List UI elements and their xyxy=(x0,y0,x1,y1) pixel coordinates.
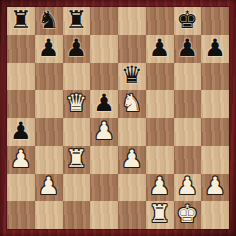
piece-white-pawn-a3[interactable]: ♟ xyxy=(10,147,32,171)
square-a1[interactable] xyxy=(7,201,35,229)
square-g1[interactable]: ♚ xyxy=(174,201,202,229)
piece-black-pawn-b7[interactable]: ♟ xyxy=(38,36,60,60)
square-c7[interactable]: ♟ xyxy=(63,35,91,63)
square-d8[interactable] xyxy=(90,7,118,35)
piece-black-knight-b8[interactable]: ♞ xyxy=(38,8,60,32)
piece-black-pawn-f7[interactable]: ♟ xyxy=(149,36,171,60)
square-d3[interactable] xyxy=(90,146,118,174)
square-h7[interactable]: ♟ xyxy=(201,35,229,63)
square-e8[interactable] xyxy=(118,7,146,35)
square-a4[interactable]: ♟ xyxy=(7,118,35,146)
square-b5[interactable] xyxy=(35,90,63,118)
square-b3[interactable] xyxy=(35,146,63,174)
piece-black-rook-c8[interactable]: ♜ xyxy=(66,8,88,32)
square-h2[interactable]: ♟ xyxy=(201,174,229,202)
square-e4[interactable] xyxy=(118,118,146,146)
square-d1[interactable] xyxy=(90,201,118,229)
square-c6[interactable] xyxy=(63,63,91,91)
square-g5[interactable] xyxy=(174,90,202,118)
square-g3[interactable] xyxy=(174,146,202,174)
square-e3[interactable]: ♟ xyxy=(118,146,146,174)
square-h3[interactable] xyxy=(201,146,229,174)
square-b8[interactable]: ♞ xyxy=(35,7,63,35)
square-f8[interactable] xyxy=(146,7,174,35)
square-c2[interactable] xyxy=(63,174,91,202)
piece-black-king-g8[interactable]: ♚ xyxy=(177,8,199,32)
square-d2[interactable] xyxy=(90,174,118,202)
piece-black-pawn-h7[interactable]: ♟ xyxy=(204,36,226,60)
square-f4[interactable] xyxy=(146,118,174,146)
square-c3[interactable]: ♜ xyxy=(63,146,91,174)
square-f6[interactable] xyxy=(146,63,174,91)
square-d5[interactable]: ♟ xyxy=(90,90,118,118)
piece-white-pawn-f2[interactable]: ♟ xyxy=(149,174,171,198)
square-h1[interactable] xyxy=(201,201,229,229)
piece-white-pawn-d4[interactable]: ♟ xyxy=(93,119,115,143)
square-h5[interactable] xyxy=(201,90,229,118)
square-d7[interactable] xyxy=(90,35,118,63)
square-e1[interactable] xyxy=(118,201,146,229)
board-frame: ♜♞♜♚♟♟♟♟♟♛♛♟♞♟♟♟♜♟♟♟♟♟♜♚ xyxy=(0,0,236,236)
piece-white-rook-c3[interactable]: ♜ xyxy=(66,147,88,171)
piece-white-pawn-g2[interactable]: ♟ xyxy=(177,174,199,198)
square-f5[interactable] xyxy=(146,90,174,118)
square-c4[interactable] xyxy=(63,118,91,146)
square-e7[interactable] xyxy=(118,35,146,63)
square-e6[interactable]: ♛ xyxy=(118,63,146,91)
square-b2[interactable]: ♟ xyxy=(35,174,63,202)
piece-white-king-g1[interactable]: ♚ xyxy=(177,202,199,226)
chess-board: ♜♞♜♚♟♟♟♟♟♛♛♟♞♟♟♟♜♟♟♟♟♟♜♚ xyxy=(7,7,229,229)
square-f3[interactable] xyxy=(146,146,174,174)
square-b4[interactable] xyxy=(35,118,63,146)
piece-black-queen-e6[interactable]: ♛ xyxy=(121,63,143,87)
piece-white-pawn-h2[interactable]: ♟ xyxy=(204,174,226,198)
piece-black-pawn-g7[interactable]: ♟ xyxy=(177,36,199,60)
square-a3[interactable]: ♟ xyxy=(7,146,35,174)
piece-white-knight-e5[interactable]: ♞ xyxy=(121,91,143,115)
square-b7[interactable]: ♟ xyxy=(35,35,63,63)
square-h8[interactable] xyxy=(201,7,229,35)
piece-white-pawn-e3[interactable]: ♟ xyxy=(121,147,143,171)
square-f2[interactable]: ♟ xyxy=(146,174,174,202)
square-a5[interactable] xyxy=(7,90,35,118)
square-g2[interactable]: ♟ xyxy=(174,174,202,202)
piece-white-rook-f1[interactable]: ♜ xyxy=(149,202,171,226)
square-h6[interactable] xyxy=(201,63,229,91)
square-e5[interactable]: ♞ xyxy=(118,90,146,118)
square-h4[interactable] xyxy=(201,118,229,146)
piece-black-pawn-d5[interactable]: ♟ xyxy=(93,91,115,115)
square-c8[interactable]: ♜ xyxy=(63,7,91,35)
piece-black-rook-a8[interactable]: ♜ xyxy=(10,8,32,32)
piece-white-queen-c5[interactable]: ♛ xyxy=(66,91,88,115)
square-b1[interactable] xyxy=(35,201,63,229)
square-a7[interactable] xyxy=(7,35,35,63)
square-e2[interactable] xyxy=(118,174,146,202)
square-a8[interactable]: ♜ xyxy=(7,7,35,35)
square-g4[interactable] xyxy=(174,118,202,146)
piece-black-pawn-a4[interactable]: ♟ xyxy=(10,119,32,143)
square-f1[interactable]: ♜ xyxy=(146,201,174,229)
square-d4[interactable]: ♟ xyxy=(90,118,118,146)
square-c5[interactable]: ♛ xyxy=(63,90,91,118)
piece-black-pawn-c7[interactable]: ♟ xyxy=(66,36,88,60)
square-c1[interactable] xyxy=(63,201,91,229)
square-d6[interactable] xyxy=(90,63,118,91)
square-a6[interactable] xyxy=(7,63,35,91)
square-f7[interactable]: ♟ xyxy=(146,35,174,63)
square-b6[interactable] xyxy=(35,63,63,91)
piece-white-pawn-b2[interactable]: ♟ xyxy=(38,174,60,198)
square-g6[interactable] xyxy=(174,63,202,91)
square-a2[interactable] xyxy=(7,174,35,202)
square-g8[interactable]: ♚ xyxy=(174,7,202,35)
square-g7[interactable]: ♟ xyxy=(174,35,202,63)
